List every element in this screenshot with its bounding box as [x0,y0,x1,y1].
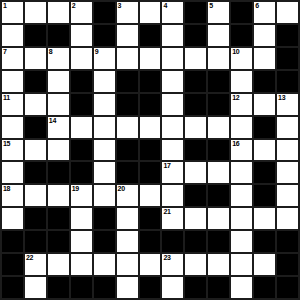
white-cell-r8-c5[interactable]: 20 [117,185,138,206]
black-cell-r1-c8 [185,25,206,46]
black-cell-r11-c0 [2,254,23,275]
black-cell-r5-c11 [254,117,275,138]
white-cell-r8-c6[interactable] [140,185,161,206]
white-cell-r1-c9[interactable] [208,25,229,46]
clue-number-20: 20 [118,185,125,193]
white-cell-r0-c11[interactable]: 6 [254,2,275,23]
white-cell-r2-c5[interactable] [117,48,138,69]
black-cell-r9-c1 [25,208,46,229]
black-cell-r7-c6 [140,162,161,183]
black-cell-r10-c6 [140,231,161,252]
black-cell-r3-c3 [71,71,92,92]
black-cell-r1-c12 [277,25,298,46]
white-cell-r10-c10[interactable] [231,231,252,252]
clue-number-15: 15 [3,140,10,148]
clue-number-19: 19 [72,185,79,193]
white-cell-r6-c7[interactable] [162,140,183,161]
white-cell-r5-c4[interactable] [94,117,115,138]
white-cell-r5-c5[interactable] [117,117,138,138]
white-cell-r2-c3[interactable] [71,48,92,69]
white-cell-r9-c11[interactable] [254,208,275,229]
white-cell-r11-c9[interactable] [208,254,229,275]
white-cell-r0-c1[interactable] [25,2,46,23]
white-cell-r11-c8[interactable] [185,254,206,275]
black-cell-r12-c11 [254,277,275,298]
black-cell-r10-c2 [48,231,69,252]
white-cell-r6-c11[interactable] [254,140,275,161]
white-cell-r11-c7[interactable]: 23 [162,254,183,275]
white-cell-r5-c10[interactable] [231,117,252,138]
black-cell-r1-c1 [25,25,46,46]
black-cell-r12-c8 [185,277,206,298]
white-cell-r12-c5[interactable] [117,277,138,298]
black-cell-r3-c1 [25,71,46,92]
white-cell-r7-c0[interactable] [2,162,23,183]
white-cell-r8-c7[interactable] [162,185,183,206]
white-cell-r5-c0[interactable] [2,117,23,138]
white-cell-r4-c7[interactable] [162,94,183,115]
black-cell-r7-c5 [117,162,138,183]
white-cell-r9-c12[interactable] [277,208,298,229]
black-cell-r1-c10 [231,25,252,46]
clue-number-18: 18 [3,185,10,193]
black-cell-r9-c4 [94,208,115,229]
white-cell-r0-c5[interactable]: 3 [117,2,138,23]
white-cell-r3-c4[interactable] [94,71,115,92]
white-cell-r0-c6[interactable] [140,2,161,23]
black-cell-r8-c9 [208,185,229,206]
white-cell-r4-c1[interactable] [25,94,46,115]
black-cell-r4-c5 [117,94,138,115]
white-cell-r9-c10[interactable] [231,208,252,229]
white-cell-r2-c7[interactable] [162,48,183,69]
white-cell-r1-c5[interactable] [117,25,138,46]
clue-number-8: 8 [49,48,53,56]
black-cell-r10-c4 [94,231,115,252]
white-cell-r1-c0[interactable] [2,25,23,46]
clue-number-22: 22 [26,254,33,262]
white-cell-r8-c1[interactable] [25,185,46,206]
white-cell-r9-c5[interactable] [117,208,138,229]
clue-number-17: 17 [163,162,170,170]
black-cell-r10-c11 [254,231,275,252]
white-cell-r7-c8[interactable] [185,162,206,183]
white-cell-r6-c2[interactable] [48,140,69,161]
white-cell-r4-c4[interactable] [94,94,115,115]
black-cell-r10-c12 [277,231,298,252]
black-cell-r7-c1 [25,162,46,183]
white-cell-r2-c8[interactable] [185,48,206,69]
black-cell-r5-c1 [25,117,46,138]
white-cell-r11-c1[interactable]: 22 [25,254,46,275]
white-cell-r9-c8[interactable] [185,208,206,229]
clue-number-10: 10 [232,48,239,56]
white-cell-r1-c3[interactable] [71,25,92,46]
clue-number-2: 2 [72,2,76,10]
white-cell-r9-c0[interactable] [2,208,23,229]
white-cell-r2-c0[interactable]: 7 [2,48,23,69]
black-cell-r8-c8 [185,185,206,206]
black-cell-r0-c4 [94,2,115,23]
white-cell-r11-c2[interactable] [48,254,69,275]
white-cell-r5-c12[interactable] [277,117,298,138]
white-cell-r6-c0[interactable]: 15 [2,140,23,161]
black-cell-r6-c8 [185,140,206,161]
white-cell-r6-c1[interactable] [25,140,46,161]
white-cell-r7-c7[interactable]: 17 [162,162,183,183]
clue-number-1: 1 [3,2,7,10]
black-cell-r9-c6 [140,208,161,229]
clue-number-12: 12 [232,94,239,102]
black-cell-r12-c12 [277,277,298,298]
white-cell-r1-c7[interactable] [162,25,183,46]
white-cell-r9-c7[interactable]: 21 [162,208,183,229]
clue-number-7: 7 [3,48,7,56]
white-cell-r4-c10[interactable]: 12 [231,94,252,115]
white-cell-r7-c12[interactable] [277,162,298,183]
white-cell-r1-c11[interactable] [254,25,275,46]
white-cell-r8-c0[interactable]: 18 [2,185,23,206]
white-cell-r0-c0[interactable]: 1 [2,2,23,23]
black-cell-r7-c2 [48,162,69,183]
white-cell-r4-c2[interactable] [48,94,69,115]
white-cell-r11-c3[interactable] [71,254,92,275]
black-cell-r1-c6 [140,25,161,46]
white-cell-r7-c10[interactable] [231,162,252,183]
black-cell-r3-c5 [117,71,138,92]
black-cell-r6-c9 [208,140,229,161]
black-cell-r11-c12 [277,254,298,275]
white-cell-r2-c9[interactable] [208,48,229,69]
clue-number-16: 16 [232,140,239,148]
white-cell-r11-c11[interactable] [254,254,275,275]
black-cell-r10-c9 [208,231,229,252]
clue-number-5: 5 [209,2,213,10]
white-cell-r12-c1[interactable] [25,277,46,298]
white-cell-r7-c9[interactable] [208,162,229,183]
clue-number-14: 14 [49,117,56,125]
clue-number-21: 21 [163,208,170,216]
white-cell-r12-c7[interactable] [162,277,183,298]
black-cell-r10-c1 [25,231,46,252]
black-cell-r3-c8 [185,71,206,92]
clue-number-11: 11 [3,94,10,102]
white-cell-r2-c6[interactable] [140,48,161,69]
crossword-grid: 1234567891011121314151617181920212223 [0,0,300,300]
white-cell-r11-c10[interactable] [231,254,252,275]
black-cell-r6-c5 [117,140,138,161]
clue-number-13: 13 [278,94,285,102]
black-cell-r4-c8 [185,94,206,115]
black-cell-r8-c11 [254,185,275,206]
black-cell-r3-c12 [277,71,298,92]
white-cell-r0-c7[interactable]: 4 [162,2,183,23]
black-cell-r4-c3 [71,94,92,115]
white-cell-r8-c10[interactable] [231,185,252,206]
black-cell-r10-c0 [2,231,23,252]
black-cell-r9-c2 [48,208,69,229]
white-cell-r11-c6[interactable] [140,254,161,275]
white-cell-r6-c10[interactable]: 16 [231,140,252,161]
black-cell-r1-c2 [48,25,69,46]
black-cell-r6-c3 [71,140,92,161]
clue-number-3: 3 [118,2,122,10]
black-cell-r3-c11 [254,71,275,92]
white-cell-r4-c11[interactable] [254,94,275,115]
black-cell-r0-c10 [231,2,252,23]
white-cell-r3-c0[interactable] [2,71,23,92]
black-cell-r0-c8 [185,2,206,23]
clue-number-6: 6 [255,2,259,10]
white-cell-r4-c0[interactable]: 11 [2,94,23,115]
white-cell-r10-c3[interactable] [71,231,92,252]
white-cell-r2-c4[interactable]: 9 [94,48,115,69]
white-cell-r7-c4[interactable] [94,162,115,183]
white-cell-r8-c2[interactable] [48,185,69,206]
clue-number-23: 23 [163,254,170,262]
black-cell-r1-c4 [94,25,115,46]
black-cell-r7-c11 [254,162,275,183]
white-cell-r11-c4[interactable] [94,254,115,275]
black-cell-r12-c0 [2,277,23,298]
white-cell-r9-c9[interactable] [208,208,229,229]
white-cell-r4-c12[interactable]: 13 [277,94,298,115]
black-cell-r12-c6 [140,277,161,298]
white-cell-r2-c1[interactable] [25,48,46,69]
white-cell-r0-c2[interactable] [48,2,69,23]
white-cell-r3-c10[interactable] [231,71,252,92]
black-cell-r12-c2 [48,277,69,298]
black-cell-r12-c9 [208,277,229,298]
white-cell-r2-c10[interactable]: 10 [231,48,252,69]
white-cell-r5-c7[interactable] [162,117,183,138]
white-cell-r2-c2[interactable]: 8 [48,48,69,69]
black-cell-r3-c9 [208,71,229,92]
black-cell-r10-c7 [162,231,183,252]
black-cell-r6-c6 [140,140,161,161]
black-cell-r4-c9 [208,94,229,115]
black-cell-r3-c6 [140,71,161,92]
white-cell-r3-c7[interactable] [162,71,183,92]
white-cell-r10-c5[interactable] [117,231,138,252]
white-cell-r6-c4[interactable] [94,140,115,161]
white-cell-r12-c10[interactable] [231,277,252,298]
black-cell-r4-c6 [140,94,161,115]
white-cell-r0-c9[interactable]: 5 [208,2,229,23]
white-cell-r5-c2[interactable]: 14 [48,117,69,138]
black-cell-r2-c12 [277,48,298,69]
white-cell-r8-c4[interactable] [94,185,115,206]
white-cell-r5-c8[interactable] [185,117,206,138]
white-cell-r3-c2[interactable] [48,71,69,92]
white-cell-r5-c9[interactable] [208,117,229,138]
white-cell-r9-c3[interactable] [71,208,92,229]
clue-number-4: 4 [163,2,167,10]
white-cell-r5-c3[interactable] [71,117,92,138]
clue-number-9: 9 [95,48,99,56]
white-cell-r5-c6[interactable] [140,117,161,138]
white-cell-r11-c5[interactable] [117,254,138,275]
black-cell-r12-c4 [94,277,115,298]
white-cell-r2-c11[interactable] [254,48,275,69]
black-cell-r10-c8 [185,231,206,252]
white-cell-r6-c12[interactable] [277,140,298,161]
white-cell-r0-c3[interactable]: 2 [71,2,92,23]
white-cell-r8-c12[interactable] [277,185,298,206]
white-cell-r8-c3[interactable]: 19 [71,185,92,206]
black-cell-r12-c3 [71,277,92,298]
white-cell-r0-c12[interactable] [277,2,298,23]
black-cell-r7-c3 [71,162,92,183]
